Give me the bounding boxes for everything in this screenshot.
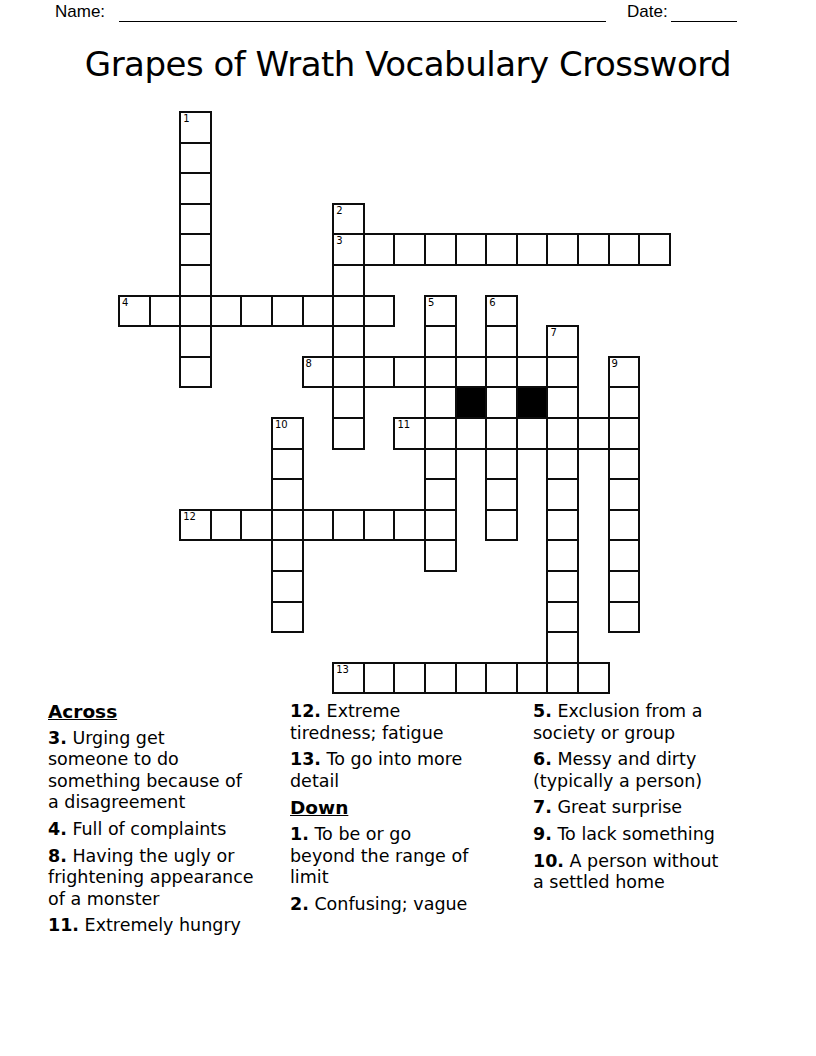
page-title: Grapes of Wrath Vocabulary Crossword: [0, 44, 816, 84]
grid-cell[interactable]: [516, 417, 549, 450]
grid-cell[interactable]: 1: [179, 111, 212, 144]
grid-cell[interactable]: [363, 509, 396, 542]
grid-cell[interactable]: 9: [608, 356, 641, 389]
clue-down-10: 10. A person withouta settled home: [533, 851, 765, 894]
clue-number: 3.: [48, 728, 67, 748]
grid-cell[interactable]: [271, 448, 304, 481]
cell-number: 5: [428, 297, 434, 308]
grid-cell[interactable]: [332, 417, 365, 450]
clue-down-1: 1. To be or gobeyond the range oflimit: [290, 824, 505, 889]
cell-number: 3: [336, 235, 342, 246]
grid-cell[interactable]: [485, 417, 518, 450]
grid-cell[interactable]: [271, 570, 304, 603]
grid-cell[interactable]: [332, 356, 365, 389]
grid-cell[interactable]: [424, 386, 457, 419]
grid-cell[interactable]: [608, 386, 641, 419]
grid-cell[interactable]: [332, 264, 365, 297]
clue-down-5: 5. Exclusion from asociety or group: [533, 701, 765, 744]
clue-number: 4.: [48, 819, 67, 839]
grid-cell[interactable]: [332, 509, 365, 542]
grid-cell[interactable]: [179, 142, 212, 175]
clue-number: 10.: [533, 851, 564, 871]
grid-cell[interactable]: [332, 325, 365, 358]
worksheet-page: Name: Date: Grapes of Wrath Vocabulary C…: [0, 0, 816, 1056]
grid-cell[interactable]: [363, 233, 396, 266]
grid-cell[interactable]: 4: [118, 295, 151, 328]
clue-across-4: 4. Full of complaints: [48, 819, 288, 841]
grid-cell[interactable]: [240, 509, 273, 542]
name-blank-line[interactable]: [119, 21, 606, 22]
grid-cell[interactable]: [608, 448, 641, 481]
grid-cell[interactable]: [546, 539, 579, 572]
clue-across-11: 11. Extremely hungry: [48, 915, 288, 937]
grid-cell[interactable]: [179, 203, 212, 236]
grid-cell[interactable]: [485, 448, 518, 481]
grid-cell[interactable]: [546, 509, 579, 542]
grid-cell[interactable]: 2: [332, 203, 365, 236]
clues-column-3: 5. Exclusion from asociety or group6. Me…: [533, 701, 765, 899]
grid-cell[interactable]: 5: [424, 295, 457, 328]
cell-number: 11: [397, 419, 410, 430]
grid-cell[interactable]: [271, 295, 304, 328]
cell-number: 1: [183, 113, 189, 124]
grid-cell[interactable]: [608, 509, 641, 542]
grid-cell[interactable]: [485, 478, 518, 511]
clue-across-3: 3. Urging getsomeone to dosomething beca…: [48, 728, 288, 814]
clue-number: 6.: [533, 749, 552, 769]
grid-cell[interactable]: [485, 662, 518, 695]
grid-cell[interactable]: [638, 233, 671, 266]
grid-cell[interactable]: [363, 356, 396, 389]
grid-cell[interactable]: 7: [546, 325, 579, 358]
grid-cell[interactable]: [546, 417, 579, 450]
grid-cell[interactable]: [577, 662, 610, 695]
grid-cell[interactable]: 12: [179, 509, 212, 542]
grid-cell[interactable]: [608, 417, 641, 450]
grid-cell[interactable]: [179, 233, 212, 266]
grid-cell[interactable]: [608, 570, 641, 603]
cell-number: 9: [612, 358, 618, 369]
grid-cell[interactable]: [516, 356, 549, 389]
cell-number: 2: [336, 205, 342, 216]
grid-cell[interactable]: [271, 478, 304, 511]
grid-cell[interactable]: [577, 417, 610, 450]
grid-cell[interactable]: [393, 356, 426, 389]
clue-number: 7.: [533, 797, 552, 817]
grid-cell[interactable]: [424, 325, 457, 358]
date-blank-line[interactable]: [671, 21, 737, 22]
grid-cell[interactable]: [546, 631, 579, 664]
grid-cell[interactable]: [455, 417, 488, 450]
grid-cell[interactable]: [271, 539, 304, 572]
clue-number: 12.: [290, 701, 321, 721]
grid-cell[interactable]: [332, 386, 365, 419]
grid-cell[interactable]: [546, 570, 579, 603]
cell-number: 6: [489, 297, 495, 308]
grid-cell[interactable]: [577, 233, 610, 266]
clue-number: 8.: [48, 846, 67, 866]
grid-cell[interactable]: [455, 233, 488, 266]
grid-cell[interactable]: [516, 662, 549, 695]
clue-down-9: 9. To lack something: [533, 824, 765, 846]
grid-cell[interactable]: [393, 509, 426, 542]
date-label: Date:: [627, 2, 668, 22]
grid-cell[interactable]: [546, 233, 579, 266]
grid-cell[interactable]: [516, 233, 549, 266]
cell-number: 13: [336, 664, 349, 675]
grid-cell[interactable]: [240, 295, 273, 328]
grid-cell[interactable]: [179, 264, 212, 297]
grid-cell[interactable]: [424, 539, 457, 572]
clue-down-2: 2. Confusing; vague: [290, 894, 505, 916]
clues-column-2: 12. Extremetiredness; fatigue13. To go i…: [290, 701, 505, 920]
clue-number: 2.: [290, 894, 309, 914]
grid-cell[interactable]: [424, 356, 457, 389]
grid-cell[interactable]: [608, 233, 641, 266]
grid-cell[interactable]: [149, 295, 182, 328]
clue-across-8: 8. Having the ugly orfrightening appeara…: [48, 846, 288, 911]
grid-cell[interactable]: [424, 233, 457, 266]
grid-cell[interactable]: [455, 662, 488, 695]
grid-cell[interactable]: [179, 295, 212, 328]
grid-cell[interactable]: [546, 448, 579, 481]
grid-cell[interactable]: [363, 295, 396, 328]
grid-cell[interactable]: [393, 662, 426, 695]
grid-cell[interactable]: [424, 509, 457, 542]
grid-cell[interactable]: [608, 539, 641, 572]
grid-cell[interactable]: [546, 386, 579, 419]
clue-across-13: 13. To go into moredetail: [290, 749, 505, 792]
black-cell: [516, 386, 549, 419]
grid-cell[interactable]: [485, 325, 518, 358]
grid-cell[interactable]: [179, 172, 212, 205]
clue-number: 13.: [290, 749, 321, 769]
grid-cell[interactable]: [271, 601, 304, 634]
clue-down-7: 7. Great surprise: [533, 797, 765, 819]
clue-number: 1.: [290, 824, 309, 844]
grid-cell[interactable]: [546, 662, 579, 695]
grid-cell[interactable]: 8: [302, 356, 335, 389]
grid-cell[interactable]: [332, 295, 365, 328]
across-header: Across: [48, 701, 288, 723]
grid-cell[interactable]: [455, 356, 488, 389]
grid-cell[interactable]: [424, 417, 457, 450]
grid-cell[interactable]: 6: [485, 295, 518, 328]
cell-number: 4: [122, 297, 128, 308]
grid-cell[interactable]: [546, 478, 579, 511]
grid-cell[interactable]: [485, 386, 518, 419]
grid-cell[interactable]: 10: [271, 417, 304, 450]
grid-cell[interactable]: [424, 448, 457, 481]
grid-cell[interactable]: 13: [332, 662, 365, 695]
grid-cell[interactable]: [271, 509, 304, 542]
grid-cell[interactable]: [302, 509, 335, 542]
cell-number: 12: [183, 511, 196, 522]
grid-cell[interactable]: [302, 295, 335, 328]
grid-cell[interactable]: [608, 601, 641, 634]
cell-number: 10: [275, 419, 288, 430]
cell-number: 8: [306, 358, 312, 369]
grid-cell[interactable]: [363, 662, 396, 695]
grid-cell[interactable]: [546, 601, 579, 634]
clue-number: 11.: [48, 915, 79, 935]
grid-cell[interactable]: [179, 325, 212, 358]
grid-cell[interactable]: [210, 509, 243, 542]
grid-cell[interactable]: [393, 233, 426, 266]
down-header: Down: [290, 797, 505, 819]
grid-cell[interactable]: 11: [393, 417, 426, 450]
clue-number: 5.: [533, 701, 552, 721]
grid-cell[interactable]: [485, 356, 518, 389]
grid-cell[interactable]: [210, 295, 243, 328]
clue-number: 9.: [533, 824, 552, 844]
black-cell: [455, 386, 488, 419]
clue-across-12: 12. Extremetiredness; fatigue: [290, 701, 505, 744]
grid-cell[interactable]: [485, 509, 518, 542]
grid-cell[interactable]: [485, 233, 518, 266]
grid-cell[interactable]: 3: [332, 233, 365, 266]
clue-down-6: 6. Messy and dirty(typically a person): [533, 749, 765, 792]
clues-column-1: Across3. Urging getsomeone to dosomethin…: [48, 701, 288, 942]
name-label: Name:: [55, 2, 105, 22]
grid-cell[interactable]: [608, 478, 641, 511]
grid-cell[interactable]: [424, 478, 457, 511]
grid-cell[interactable]: [546, 356, 579, 389]
grid-cell[interactable]: [424, 662, 457, 695]
cell-number: 7: [550, 327, 556, 338]
grid-cell[interactable]: [179, 356, 212, 389]
